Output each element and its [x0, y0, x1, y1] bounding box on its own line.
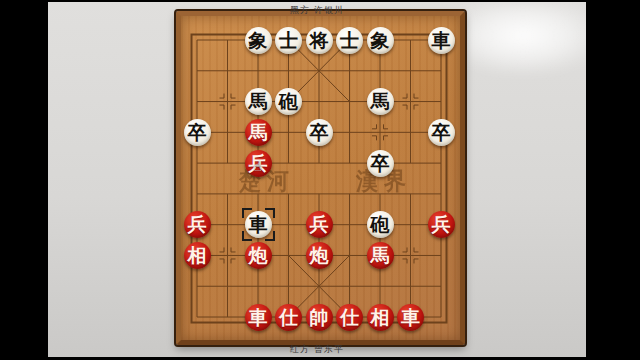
- piece-black-advisor[interactable]: 士: [275, 27, 302, 54]
- selection-bracket: [242, 208, 252, 218]
- piece-red-horse[interactable]: 馬: [367, 242, 394, 269]
- selection-bracket: [242, 231, 252, 241]
- piece-black-elephant[interactable]: 象: [367, 27, 394, 54]
- app-background: 黑方 许银川 楚河 漢界 象士将士象車馬砲馬卒卒卒卒車砲馬兵☝兵兵兵相炮炮馬車仕…: [48, 2, 586, 357]
- piece-red-advisor[interactable]: 仕: [275, 304, 302, 331]
- piece-black-soldier[interactable]: 卒: [428, 119, 455, 146]
- piece-red-advisor[interactable]: 仕: [336, 304, 363, 331]
- piece-red-chariot[interactable]: 車: [397, 304, 424, 331]
- piece-red-general[interactable]: 帥: [306, 304, 333, 331]
- xiangqi-board[interactable]: 楚河 漢界 象士将士象車馬砲馬卒卒卒卒車砲馬兵☝兵兵兵相炮炮馬車仕帥仕相車: [176, 11, 465, 345]
- piece-black-soldier[interactable]: 卒: [184, 119, 211, 146]
- red-player-label: 红方 曾东平: [48, 343, 586, 356]
- piece-black-horse[interactable]: 馬: [245, 88, 272, 115]
- piece-black-cannon[interactable]: 砲: [367, 211, 394, 238]
- piece-red-elephant[interactable]: 相: [184, 242, 211, 269]
- piece-red-cannon[interactable]: 炮: [306, 242, 333, 269]
- piece-red-elephant[interactable]: 相: [367, 304, 394, 331]
- hand-cursor-icon: ☝: [254, 159, 263, 173]
- piece-black-soldier[interactable]: 卒: [367, 150, 394, 177]
- piece-red-soldier[interactable]: 兵: [184, 211, 211, 238]
- selection-bracket: [265, 231, 275, 241]
- piece-red-soldier[interactable]: 兵☝: [245, 150, 272, 177]
- piece-black-general[interactable]: 将: [306, 27, 333, 54]
- piece-red-cannon[interactable]: 炮: [245, 242, 272, 269]
- black-player-label: 黑方 许银川: [48, 4, 586, 17]
- piece-red-soldier[interactable]: 兵: [306, 211, 333, 238]
- piece-black-elephant[interactable]: 象: [245, 27, 272, 54]
- piece-black-advisor[interactable]: 士: [336, 27, 363, 54]
- piece-red-soldier[interactable]: 兵: [428, 211, 455, 238]
- piece-black-chariot[interactable]: 車: [428, 27, 455, 54]
- piece-black-soldier[interactable]: 卒: [306, 119, 333, 146]
- board-grid: [181, 16, 460, 340]
- piece-red-chariot[interactable]: 車: [245, 304, 272, 331]
- piece-red-horse[interactable]: 馬: [245, 119, 272, 146]
- piece-black-horse[interactable]: 馬: [367, 88, 394, 115]
- selection-bracket: [265, 208, 275, 218]
- piece-black-chariot[interactable]: 車: [245, 211, 272, 238]
- piece-black-cannon[interactable]: 砲: [275, 88, 302, 115]
